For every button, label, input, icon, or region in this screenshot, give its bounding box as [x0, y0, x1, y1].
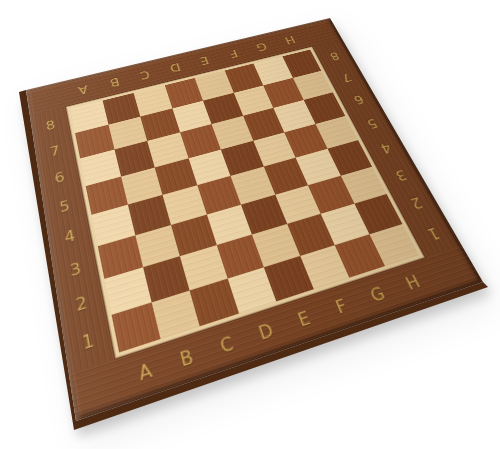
rank-label-left-6: 6: [38, 160, 82, 198]
rank-label-left-7: 7: [34, 134, 76, 170]
rank-label-left-2: 2: [57, 280, 107, 330]
rank-label-left-8: 8: [30, 109, 71, 143]
photo-background: ABCDEFGHABCDEFGH8765432187654321: [0, 0, 500, 449]
chessboard: ABCDEFGHABCDEFGH8765432187654321: [0, 0, 500, 449]
rank-label-left-4: 4: [47, 216, 94, 259]
rank-label-left-3: 3: [52, 247, 100, 293]
board-grid: [70, 50, 419, 353]
rank-label-left-5: 5: [42, 187, 87, 227]
rank-label-left-1: 1: [62, 316, 114, 369]
